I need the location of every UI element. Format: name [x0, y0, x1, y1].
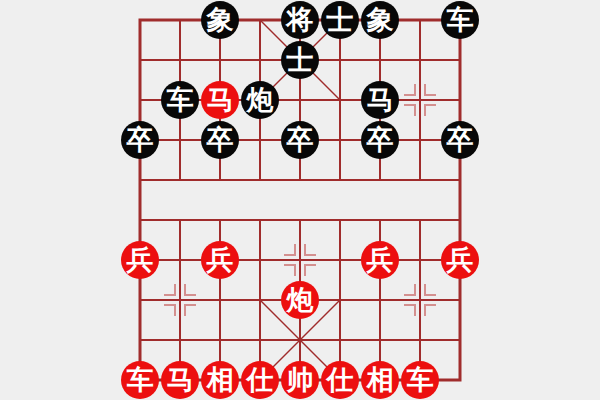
piece-black-cannon[interactable]: 炮 [241, 81, 279, 119]
piece-red-rook[interactable]: 车 [401, 361, 439, 399]
piece-black-rook[interactable]: 车 [161, 81, 199, 119]
piece-black-advisor[interactable]: 士 [281, 41, 319, 79]
piece-black-pawn[interactable]: 卒 [201, 121, 239, 159]
piece-red-rook[interactable]: 车 [121, 361, 159, 399]
piece-red-cannon[interactable]: 炮 [281, 281, 319, 319]
piece-red-advisor[interactable]: 仕 [241, 361, 279, 399]
piece-black-elephant[interactable]: 象 [361, 1, 399, 39]
piece-red-elephant[interactable]: 相 [361, 361, 399, 399]
piece-black-elephant[interactable]: 象 [201, 1, 239, 39]
piece-red-king[interactable]: 帅 [281, 361, 319, 399]
piece-black-advisor[interactable]: 士 [321, 1, 359, 39]
piece-black-pawn[interactable]: 卒 [441, 121, 479, 159]
piece-red-pawn[interactable]: 兵 [441, 241, 479, 279]
piece-black-pawn[interactable]: 卒 [121, 121, 159, 159]
piece-red-pawn[interactable]: 兵 [361, 241, 399, 279]
piece-red-pawn[interactable]: 兵 [201, 241, 239, 279]
piece-red-advisor[interactable]: 仕 [321, 361, 359, 399]
piece-red-elephant[interactable]: 相 [201, 361, 239, 399]
piece-red-horse[interactable]: 马 [161, 361, 199, 399]
piece-black-king[interactable]: 将 [281, 1, 319, 39]
board-grid: 象将士象车士车马炮马卒卒卒卒卒兵兵兵兵炮车马相仕帅仕相车 [120, 0, 480, 400]
piece-black-horse[interactable]: 马 [361, 81, 399, 119]
piece-black-rook[interactable]: 车 [441, 1, 479, 39]
piece-black-pawn[interactable]: 卒 [281, 121, 319, 159]
piece-red-pawn[interactable]: 兵 [121, 241, 159, 279]
xiangqi-app: 象将士象车士车马炮马卒卒卒卒卒兵兵兵兵炮车马相仕帅仕相车 [0, 0, 600, 400]
piece-red-horse[interactable]: 马 [201, 81, 239, 119]
piece-black-pawn[interactable]: 卒 [361, 121, 399, 159]
